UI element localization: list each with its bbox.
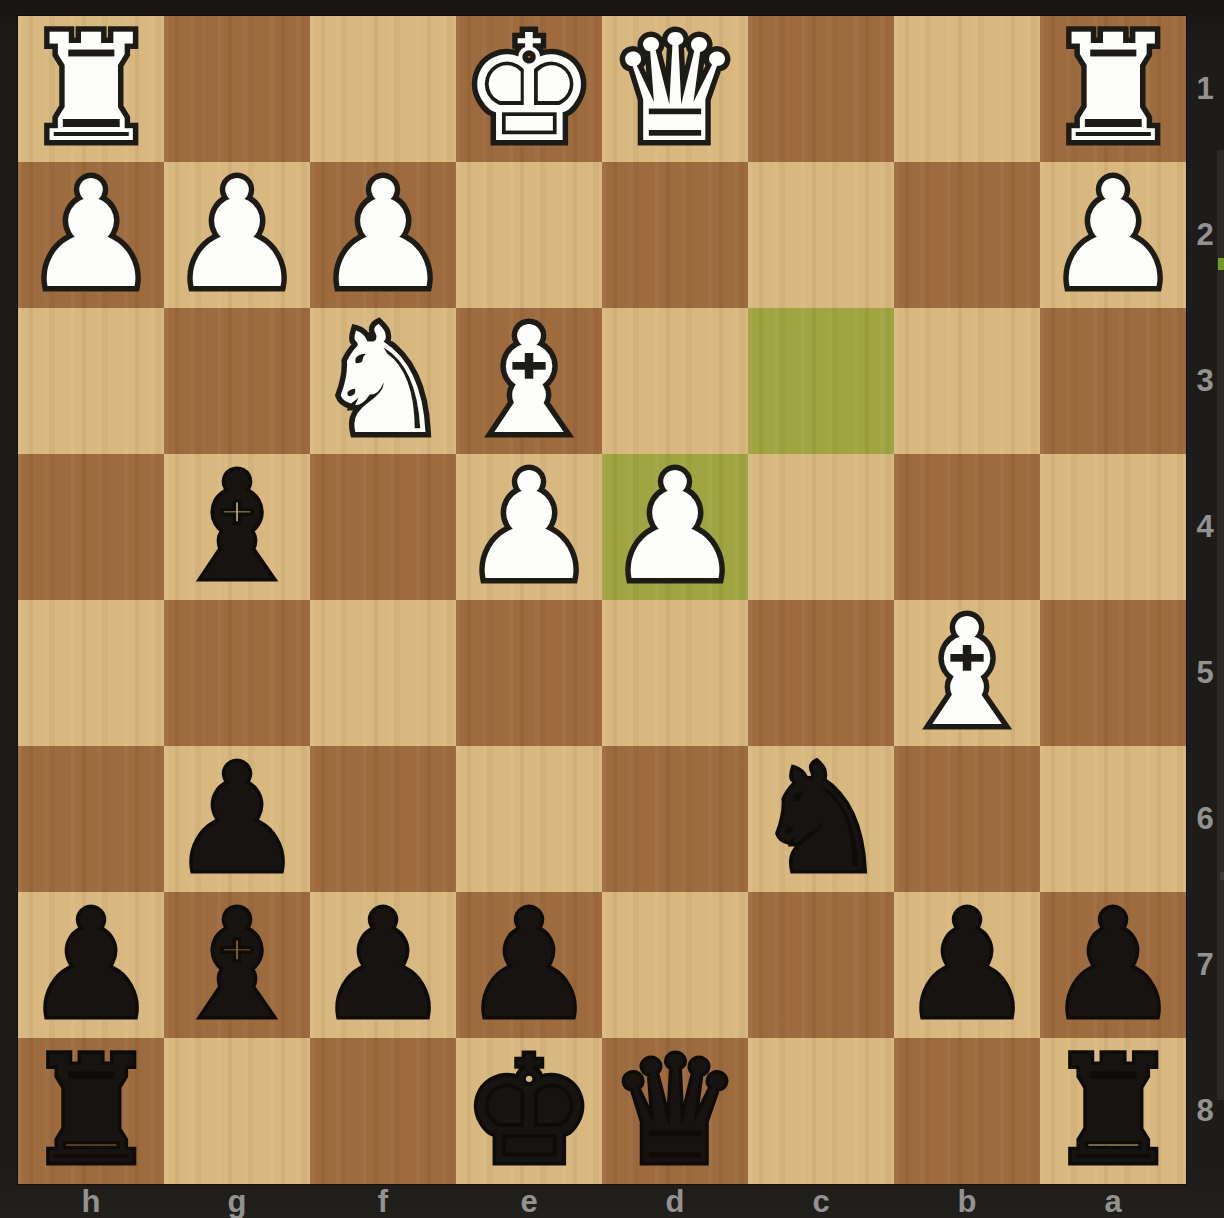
pawn-glyph-outline: ♟ — [164, 158, 310, 312]
square-b6[interactable] — [894, 746, 1040, 892]
square-f1[interactable] — [310, 16, 456, 162]
pawn-glyph-outline: ♟ — [164, 742, 310, 896]
rook-glyph: ♜ — [18, 12, 164, 166]
rook-glyph-outline: ♜ — [18, 12, 164, 166]
pawn-glyph: ♟ — [164, 742, 310, 896]
file-label-h: h — [18, 1184, 164, 1218]
file-coordinates: hgfedcba — [18, 1184, 1186, 1218]
square-c4[interactable] — [748, 454, 894, 600]
rook-glyph-outline: ♜ — [1040, 12, 1186, 166]
white-king[interactable]: ♚♚ — [456, 16, 602, 162]
square-h2[interactable]: ♟♟ — [18, 162, 164, 308]
square-d7[interactable] — [602, 892, 748, 1038]
chess-app: ♜♜♚♚♛♛♜♜♟♟♟♟♟♟♟♟♞♞♝♝♝♝♟♟♟♟♝♝♟♟♞♞♟♟♝♝♟♟♟♟… — [0, 0, 1224, 1218]
side-panel-edge — [1217, 150, 1224, 1100]
square-g2[interactable]: ♟♟ — [164, 162, 310, 308]
black-pawn[interactable]: ♟♟ — [18, 892, 164, 1038]
white-knight[interactable]: ♞♞ — [310, 308, 456, 454]
rook-glyph: ♜ — [18, 1034, 164, 1188]
pawn-glyph-outline: ♟ — [1040, 158, 1186, 312]
move-marker-green — [1218, 258, 1224, 270]
file-label-f: f — [310, 1184, 456, 1218]
square-a7[interactable]: ♟♟ — [1040, 892, 1186, 1038]
square-f4[interactable] — [310, 454, 456, 600]
square-b2[interactable] — [894, 162, 1040, 308]
square-f3[interactable]: ♞♞ — [310, 308, 456, 454]
square-f2[interactable]: ♟♟ — [310, 162, 456, 308]
white-pawn[interactable]: ♟♟ — [18, 162, 164, 308]
pawn-glyph: ♟ — [310, 158, 456, 312]
square-c3[interactable] — [748, 308, 894, 454]
square-g7[interactable]: ♝♝ — [164, 892, 310, 1038]
queen-glyph: ♛ — [602, 1034, 748, 1188]
square-e6[interactable] — [456, 746, 602, 892]
square-d2[interactable] — [602, 162, 748, 308]
king-glyph-outline: ♚ — [456, 12, 602, 166]
king-glyph-outline: ♚ — [456, 1034, 602, 1188]
rook-glyph-outline: ♜ — [1040, 1034, 1186, 1188]
pawn-glyph: ♟ — [310, 888, 456, 1042]
square-c5[interactable] — [748, 600, 894, 746]
square-a4[interactable] — [1040, 454, 1186, 600]
black-pawn[interactable]: ♟♟ — [310, 892, 456, 1038]
black-pawn[interactable]: ♟♟ — [164, 746, 310, 892]
white-queen[interactable]: ♛♛ — [602, 16, 748, 162]
black-queen[interactable]: ♛♛ — [602, 1038, 748, 1184]
rook-glyph: ♜ — [1040, 1034, 1186, 1188]
square-c7[interactable] — [748, 892, 894, 1038]
square-d6[interactable] — [602, 746, 748, 892]
pawn-glyph: ♟ — [18, 158, 164, 312]
pawn-glyph-outline: ♟ — [18, 888, 164, 1042]
square-b7[interactable]: ♟♟ — [894, 892, 1040, 1038]
square-g1[interactable] — [164, 16, 310, 162]
white-bishop[interactable]: ♝♝ — [456, 308, 602, 454]
pawn-glyph-outline: ♟ — [310, 888, 456, 1042]
pawn-glyph-outline: ♟ — [894, 888, 1040, 1042]
pawn-glyph: ♟ — [1040, 158, 1186, 312]
move-marker-dim — [1220, 872, 1224, 880]
black-king[interactable]: ♚♚ — [456, 1038, 602, 1184]
square-h1[interactable]: ♜♜ — [18, 16, 164, 162]
pawn-glyph: ♟ — [894, 888, 1040, 1042]
file-label-d: d — [602, 1184, 748, 1218]
chess-board: ♜♜♚♚♛♛♜♜♟♟♟♟♟♟♟♟♞♞♝♝♝♝♟♟♟♟♝♝♟♟♞♞♟♟♝♝♟♟♟♟… — [18, 16, 1186, 1184]
pawn-glyph-outline: ♟ — [1040, 888, 1186, 1042]
square-c6[interactable]: ♞♞ — [748, 746, 894, 892]
black-rook[interactable]: ♜♜ — [1040, 1038, 1186, 1184]
square-d4[interactable]: ♟♟ — [602, 454, 748, 600]
rank-label-1: 1 — [1186, 16, 1224, 162]
rook-glyph: ♜ — [1040, 12, 1186, 166]
bishop-glyph: ♝ — [456, 304, 602, 458]
black-bishop[interactable]: ♝♝ — [164, 454, 310, 600]
square-b4[interactable] — [894, 454, 1040, 600]
file-label-a: a — [1040, 1184, 1186, 1218]
white-rook[interactable]: ♜♜ — [1040, 16, 1186, 162]
pawn-glyph: ♟ — [456, 888, 602, 1042]
bishop-glyph-outline: ♝ — [164, 450, 310, 604]
black-pawn[interactable]: ♟♟ — [456, 892, 602, 1038]
square-g4[interactable]: ♝♝ — [164, 454, 310, 600]
queen-glyph-outline: ♛ — [602, 12, 748, 166]
square-g5[interactable] — [164, 600, 310, 746]
white-pawn[interactable]: ♟♟ — [456, 454, 602, 600]
square-b3[interactable] — [894, 308, 1040, 454]
bishop-glyph: ♝ — [164, 450, 310, 604]
white-pawn[interactable]: ♟♟ — [602, 454, 748, 600]
square-d3[interactable] — [602, 308, 748, 454]
square-b5[interactable]: ♝♝ — [894, 600, 1040, 746]
square-g3[interactable] — [164, 308, 310, 454]
knight-glyph-outline: ♞ — [310, 304, 456, 458]
square-a5[interactable] — [1040, 600, 1186, 746]
knight-glyph-outline: ♞ — [748, 742, 894, 896]
square-h3[interactable] — [18, 308, 164, 454]
file-label-b: b — [894, 1184, 1040, 1218]
file-label-e: e — [456, 1184, 602, 1218]
king-glyph: ♚ — [456, 12, 602, 166]
square-b8[interactable] — [894, 1038, 1040, 1184]
white-bishop[interactable]: ♝♝ — [894, 600, 1040, 746]
square-h7[interactable]: ♟♟ — [18, 892, 164, 1038]
pawn-glyph-outline: ♟ — [310, 158, 456, 312]
black-pawn[interactable]: ♟♟ — [1040, 892, 1186, 1038]
square-b1[interactable] — [894, 16, 1040, 162]
square-e8[interactable]: ♚♚ — [456, 1038, 602, 1184]
square-f5[interactable] — [310, 600, 456, 746]
pawn-glyph: ♟ — [18, 888, 164, 1042]
square-f8[interactable] — [310, 1038, 456, 1184]
square-a8[interactable]: ♜♜ — [1040, 1038, 1186, 1184]
pawn-glyph-outline: ♟ — [456, 450, 602, 604]
square-d1[interactable]: ♛♛ — [602, 16, 748, 162]
pawn-glyph-outline: ♟ — [18, 158, 164, 312]
king-glyph: ♚ — [456, 1034, 602, 1188]
knight-glyph: ♞ — [748, 742, 894, 896]
white-pawn[interactable]: ♟♟ — [1040, 162, 1186, 308]
square-e1[interactable]: ♚♚ — [456, 16, 602, 162]
square-g6[interactable]: ♟♟ — [164, 746, 310, 892]
file-label-g: g — [164, 1184, 310, 1218]
rook-glyph-outline: ♜ — [18, 1034, 164, 1188]
bishop-glyph: ♝ — [894, 596, 1040, 750]
black-knight[interactable]: ♞♞ — [748, 746, 894, 892]
square-c2[interactable] — [748, 162, 894, 308]
square-d8[interactable]: ♛♛ — [602, 1038, 748, 1184]
pawn-glyph: ♟ — [164, 158, 310, 312]
square-f7[interactable]: ♟♟ — [310, 892, 456, 1038]
black-pawn[interactable]: ♟♟ — [894, 892, 1040, 1038]
square-a2[interactable]: ♟♟ — [1040, 162, 1186, 308]
white-pawn[interactable]: ♟♟ — [164, 162, 310, 308]
bishop-glyph-outline: ♝ — [894, 596, 1040, 750]
bishop-glyph: ♝ — [164, 888, 310, 1042]
square-c8[interactable] — [748, 1038, 894, 1184]
square-a3[interactable] — [1040, 308, 1186, 454]
white-pawn[interactable]: ♟♟ — [310, 162, 456, 308]
pawn-glyph: ♟ — [1040, 888, 1186, 1042]
file-label-c: c — [748, 1184, 894, 1218]
white-rook[interactable]: ♜♜ — [18, 16, 164, 162]
square-g8[interactable] — [164, 1038, 310, 1184]
queen-glyph: ♛ — [602, 12, 748, 166]
square-h8[interactable]: ♜♜ — [18, 1038, 164, 1184]
black-bishop[interactable]: ♝♝ — [164, 892, 310, 1038]
square-e2[interactable] — [456, 162, 602, 308]
pawn-glyph: ♟ — [602, 450, 748, 604]
pawn-glyph-outline: ♟ — [456, 888, 602, 1042]
knight-glyph: ♞ — [310, 304, 456, 458]
square-e4[interactable]: ♟♟ — [456, 454, 602, 600]
queen-glyph-outline: ♛ — [602, 1034, 748, 1188]
black-rook[interactable]: ♜♜ — [18, 1038, 164, 1184]
square-a6[interactable] — [1040, 746, 1186, 892]
square-h4[interactable] — [18, 454, 164, 600]
square-h6[interactable] — [18, 746, 164, 892]
bishop-glyph-outline: ♝ — [456, 304, 602, 458]
square-a1[interactable]: ♜♜ — [1040, 16, 1186, 162]
bishop-glyph-outline: ♝ — [164, 888, 310, 1042]
pawn-glyph: ♟ — [456, 450, 602, 604]
square-e7[interactable]: ♟♟ — [456, 892, 602, 1038]
square-e5[interactable] — [456, 600, 602, 746]
square-d5[interactable] — [602, 600, 748, 746]
square-c1[interactable] — [748, 16, 894, 162]
square-e3[interactable]: ♝♝ — [456, 308, 602, 454]
square-h5[interactable] — [18, 600, 164, 746]
pawn-glyph-outline: ♟ — [602, 450, 748, 604]
square-f6[interactable] — [310, 746, 456, 892]
